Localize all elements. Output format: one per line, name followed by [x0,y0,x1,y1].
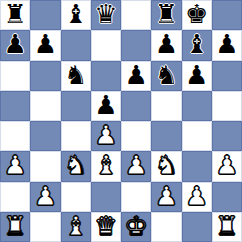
square-d6[interactable] [91,61,121,91]
piece-white-bishop[interactable]: ♝ [94,152,117,178]
square-b5[interactable] [30,91,60,121]
piece-white-pawn[interactable]: ♟ [185,183,208,209]
piece-white-queen[interactable]: ♛ [94,213,117,239]
piece-white-pawn[interactable]: ♟ [155,183,178,209]
square-e8[interactable] [121,0,151,30]
square-g5[interactable] [182,91,212,121]
piece-black-pawn[interactable]: ♟ [3,31,26,57]
piece-white-pawn[interactable]: ♟ [94,122,117,148]
square-a5[interactable] [0,91,30,121]
square-e6[interactable]: ♟ [121,61,151,91]
square-g2[interactable]: ♟ [182,182,212,212]
square-h1[interactable]: ♜ [212,212,242,242]
square-d4[interactable]: ♟ [91,121,121,151]
square-g6[interactable]: ♟ [182,61,212,91]
piece-black-pawn[interactable]: ♟ [124,62,147,88]
square-e5[interactable] [121,91,151,121]
piece-white-pawn[interactable]: ♟ [215,152,238,178]
square-h2[interactable] [212,182,242,212]
square-h6[interactable] [212,61,242,91]
square-a7[interactable]: ♟ [0,30,30,60]
piece-white-rook[interactable]: ♜ [215,213,238,239]
square-b3[interactable] [30,151,60,181]
piece-black-knight[interactable]: ♞ [64,62,87,88]
square-g7[interactable]: ♝ [182,30,212,60]
square-h7[interactable]: ♟ [212,30,242,60]
square-e4[interactable] [121,121,151,151]
square-f2[interactable]: ♟ [151,182,181,212]
square-a2[interactable] [0,182,30,212]
square-a3[interactable]: ♟ [0,151,30,181]
square-e2[interactable] [121,182,151,212]
square-c2[interactable] [61,182,91,212]
square-a4[interactable] [0,121,30,151]
piece-black-pawn[interactable]: ♟ [94,92,117,118]
square-g1[interactable] [182,212,212,242]
square-c1[interactable]: ♝ [61,212,91,242]
square-b7[interactable]: ♟ [30,30,60,60]
square-d8[interactable]: ♛ [91,0,121,30]
square-d5[interactable]: ♟ [91,91,121,121]
square-h4[interactable] [212,121,242,151]
square-c3[interactable]: ♞ [61,151,91,181]
piece-black-rook[interactable]: ♜ [3,1,26,27]
square-e1[interactable]: ♚ [121,212,151,242]
square-a8[interactable]: ♜ [0,0,30,30]
piece-black-bishop[interactable]: ♝ [64,1,87,27]
piece-white-king[interactable]: ♚ [124,213,147,239]
square-d7[interactable] [91,30,121,60]
piece-white-pawn[interactable]: ♟ [34,183,57,209]
square-f1[interactable] [151,212,181,242]
piece-black-queen[interactable]: ♛ [94,1,117,27]
piece-black-pawn[interactable]: ♟ [34,31,57,57]
square-b4[interactable] [30,121,60,151]
piece-white-pawn[interactable]: ♟ [3,152,26,178]
square-e7[interactable] [121,30,151,60]
square-c5[interactable] [61,91,91,121]
square-a1[interactable]: ♜ [0,212,30,242]
piece-white-knight[interactable]: ♞ [155,152,178,178]
square-h5[interactable] [212,91,242,121]
piece-white-bishop[interactable]: ♝ [64,213,87,239]
piece-black-rook[interactable]: ♜ [155,1,178,27]
square-h3[interactable]: ♟ [212,151,242,181]
square-b1[interactable] [30,212,60,242]
piece-white-rook[interactable]: ♜ [3,213,26,239]
square-f5[interactable] [151,91,181,121]
square-a6[interactable] [0,61,30,91]
square-g3[interactable] [182,151,212,181]
square-d3[interactable]: ♝ [91,151,121,181]
piece-white-knight[interactable]: ♞ [64,152,87,178]
square-g8[interactable]: ♚ [182,0,212,30]
square-f4[interactable] [151,121,181,151]
square-c7[interactable] [61,30,91,60]
square-f7[interactable]: ♟ [151,30,181,60]
square-b8[interactable] [30,0,60,30]
square-b6[interactable] [30,61,60,91]
square-f6[interactable]: ♞ [151,61,181,91]
chess-board: ♜♝♛♜♚♟♟♟♝♟♞♟♞♟♟♟♟♞♝♟♞♟♟♟♟♜♝♛♚♜ [0,0,242,242]
piece-black-pawn[interactable]: ♟ [185,62,208,88]
square-f8[interactable]: ♜ [151,0,181,30]
square-c4[interactable] [61,121,91,151]
square-c8[interactable]: ♝ [61,0,91,30]
square-f3[interactable]: ♞ [151,151,181,181]
square-b2[interactable]: ♟ [30,182,60,212]
square-c6[interactable]: ♞ [61,61,91,91]
piece-black-knight[interactable]: ♞ [155,62,178,88]
piece-white-pawn[interactable]: ♟ [124,152,147,178]
square-h8[interactable] [212,0,242,30]
square-d1[interactable]: ♛ [91,212,121,242]
piece-black-bishop[interactable]: ♝ [185,31,208,57]
piece-black-pawn[interactable]: ♟ [155,31,178,57]
piece-black-king[interactable]: ♚ [185,1,208,27]
square-e3[interactable]: ♟ [121,151,151,181]
piece-black-pawn[interactable]: ♟ [215,31,238,57]
square-d2[interactable] [91,182,121,212]
square-g4[interactable] [182,121,212,151]
